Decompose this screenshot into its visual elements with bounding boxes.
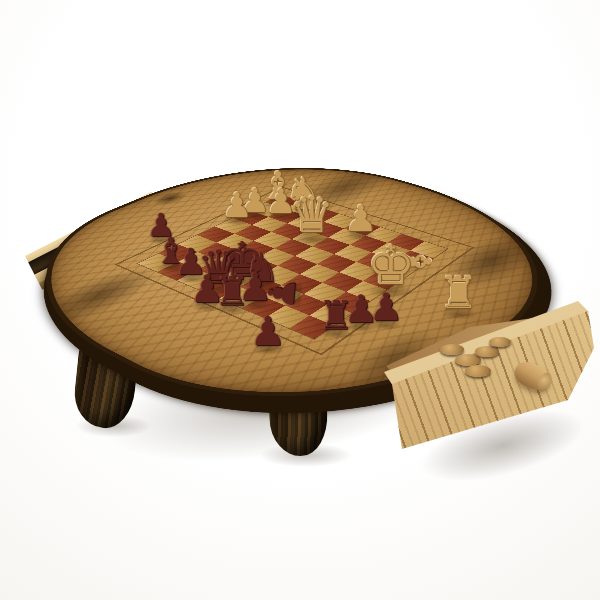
pawn-glyph: ♟ (222, 188, 252, 222)
light-queen[interactable]: ♛ (290, 190, 335, 240)
light-rook[interactable]: ♜ (439, 271, 478, 315)
pawn-glyph: ♟ (345, 201, 377, 237)
rook-glyph: ♜ (439, 271, 478, 315)
queen-glyph: ♛ (290, 190, 335, 240)
dark-rook[interactable]: ♜ (214, 271, 250, 311)
light-pawn[interactable]: ♟ (222, 188, 252, 222)
wooden-disc (489, 337, 511, 347)
wooden-disc (440, 344, 464, 355)
rook-glyph: ♜ (318, 295, 354, 335)
light-pawn[interactable]: ♟ (345, 201, 377, 237)
chess-table-photo: ♟♝♟♛♚♞♟♜♟♟♟♜♟♟♟♟♟♝♞♛♟♚♝♜ (0, 0, 600, 600)
dark-pawn[interactable]: ♟ (250, 311, 286, 351)
wooden-disc (465, 365, 491, 377)
rook-glyph: ♜ (214, 271, 250, 311)
pawn-glyph: ♟ (250, 311, 286, 351)
wooden-disc (475, 346, 499, 357)
dark-rook[interactable]: ♜ (318, 295, 354, 335)
